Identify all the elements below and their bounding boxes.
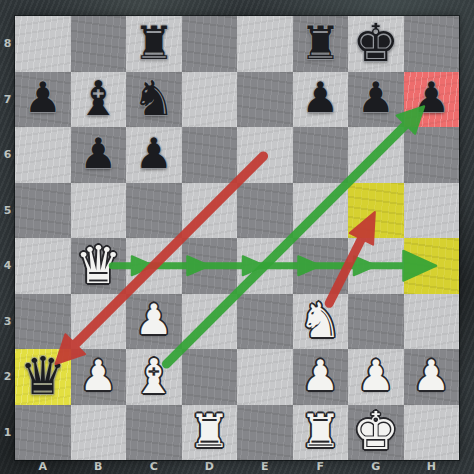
black-pawn[interactable]: ♟ bbox=[301, 77, 339, 119]
square-g2[interactable]: ♟ bbox=[348, 349, 404, 405]
black-rook[interactable]: ♜ bbox=[300, 20, 341, 66]
square-f1[interactable]: ♜ bbox=[293, 405, 349, 461]
rank-label: 5 bbox=[0, 183, 15, 239]
square-d2[interactable] bbox=[182, 349, 238, 405]
black-pawn[interactable]: ♟ bbox=[357, 77, 395, 119]
square-c7[interactable]: ♞ bbox=[126, 72, 182, 128]
file-label: H bbox=[404, 459, 460, 474]
square-h2[interactable]: ♟ bbox=[404, 349, 460, 405]
rank-label: 1 bbox=[0, 405, 15, 461]
square-g1[interactable]: ♚ bbox=[348, 405, 404, 461]
black-knight[interactable]: ♞ bbox=[132, 74, 175, 122]
square-c1[interactable] bbox=[126, 405, 182, 461]
rank-label: 7 bbox=[0, 72, 15, 128]
white-pawn[interactable]: ♟ bbox=[412, 355, 450, 397]
square-f3[interactable]: ♞ bbox=[293, 294, 349, 350]
square-e5[interactable] bbox=[237, 183, 293, 239]
square-e4[interactable] bbox=[237, 238, 293, 294]
square-b2[interactable]: ♟ bbox=[71, 349, 127, 405]
board: ♜♜♚♟♝♞♟♟♟♟♟♛♟♞♛♟♝♟♟♟♜♜♚ bbox=[15, 16, 459, 460]
square-h4[interactable] bbox=[404, 238, 460, 294]
square-c5[interactable] bbox=[126, 183, 182, 239]
square-f6[interactable] bbox=[293, 127, 349, 183]
rank-label: 3 bbox=[0, 294, 15, 350]
white-king[interactable]: ♚ bbox=[352, 405, 399, 457]
square-g8[interactable]: ♚ bbox=[348, 16, 404, 72]
white-bishop[interactable]: ♝ bbox=[132, 352, 175, 400]
square-b3[interactable] bbox=[71, 294, 127, 350]
square-d1[interactable]: ♜ bbox=[182, 405, 238, 461]
square-f5[interactable] bbox=[293, 183, 349, 239]
black-rook[interactable]: ♜ bbox=[133, 20, 174, 66]
square-h5[interactable] bbox=[404, 183, 460, 239]
square-g4[interactable] bbox=[348, 238, 404, 294]
black-pawn[interactable]: ♟ bbox=[24, 77, 62, 119]
square-g7[interactable]: ♟ bbox=[348, 72, 404, 128]
rank-label: 2 bbox=[0, 349, 15, 405]
square-g6[interactable] bbox=[348, 127, 404, 183]
square-g5[interactable] bbox=[348, 183, 404, 239]
file-label: E bbox=[237, 459, 293, 474]
file-label: D bbox=[182, 459, 238, 474]
black-king[interactable]: ♚ bbox=[352, 17, 399, 69]
square-f2[interactable]: ♟ bbox=[293, 349, 349, 405]
square-d6[interactable] bbox=[182, 127, 238, 183]
square-a1[interactable] bbox=[15, 405, 71, 461]
square-a8[interactable] bbox=[15, 16, 71, 72]
square-c2[interactable]: ♝ bbox=[126, 349, 182, 405]
file-label: C bbox=[126, 459, 182, 474]
square-g3[interactable] bbox=[348, 294, 404, 350]
square-a7[interactable]: ♟ bbox=[15, 72, 71, 128]
square-c3[interactable]: ♟ bbox=[126, 294, 182, 350]
square-e1[interactable] bbox=[237, 405, 293, 461]
rank-label: 4 bbox=[0, 238, 15, 294]
square-b6[interactable]: ♟ bbox=[71, 127, 127, 183]
rank-labels: 87654321 bbox=[0, 16, 15, 460]
square-a5[interactable] bbox=[15, 183, 71, 239]
black-queen[interactable]: ♛ bbox=[19, 350, 66, 402]
square-e6[interactable] bbox=[237, 127, 293, 183]
rank-label: 8 bbox=[0, 16, 15, 72]
square-c4[interactable] bbox=[126, 238, 182, 294]
file-label: F bbox=[293, 459, 349, 474]
square-a2[interactable]: ♛ bbox=[15, 349, 71, 405]
square-b1[interactable] bbox=[71, 405, 127, 461]
square-h1[interactable] bbox=[404, 405, 460, 461]
file-labels: ABCDEFGH bbox=[15, 459, 459, 474]
white-pawn[interactable]: ♟ bbox=[301, 355, 339, 397]
square-h7[interactable]: ♟ bbox=[404, 72, 460, 128]
square-b5[interactable] bbox=[71, 183, 127, 239]
square-d8[interactable] bbox=[182, 16, 238, 72]
rank-label: 6 bbox=[0, 127, 15, 183]
square-e7[interactable] bbox=[237, 72, 293, 128]
square-f4[interactable] bbox=[293, 238, 349, 294]
square-d3[interactable] bbox=[182, 294, 238, 350]
white-pawn[interactable]: ♟ bbox=[79, 355, 117, 397]
square-b7[interactable]: ♝ bbox=[71, 72, 127, 128]
square-e8[interactable] bbox=[237, 16, 293, 72]
square-d7[interactable] bbox=[182, 72, 238, 128]
white-pawn[interactable]: ♟ bbox=[135, 299, 173, 341]
file-label: B bbox=[71, 459, 127, 474]
square-b8[interactable] bbox=[71, 16, 127, 72]
square-a4[interactable] bbox=[15, 238, 71, 294]
square-f8[interactable]: ♜ bbox=[293, 16, 349, 72]
square-c8[interactable]: ♜ bbox=[126, 16, 182, 72]
white-knight[interactable]: ♞ bbox=[299, 296, 342, 344]
square-b4[interactable]: ♛ bbox=[71, 238, 127, 294]
square-c6[interactable]: ♟ bbox=[126, 127, 182, 183]
square-h6[interactable] bbox=[404, 127, 460, 183]
white-rook[interactable]: ♜ bbox=[300, 408, 341, 454]
file-label: G bbox=[348, 459, 404, 474]
white-queen[interactable]: ♛ bbox=[75, 239, 122, 291]
square-f7[interactable]: ♟ bbox=[293, 72, 349, 128]
white-rook[interactable]: ♜ bbox=[189, 408, 230, 454]
black-pawn[interactable]: ♟ bbox=[79, 133, 117, 175]
square-e3[interactable] bbox=[237, 294, 293, 350]
black-pawn[interactable]: ♟ bbox=[412, 77, 450, 119]
square-h3[interactable] bbox=[404, 294, 460, 350]
square-h8[interactable] bbox=[404, 16, 460, 72]
black-pawn[interactable]: ♟ bbox=[135, 133, 173, 175]
file-label: A bbox=[15, 459, 71, 474]
square-d4[interactable] bbox=[182, 238, 238, 294]
black-bishop[interactable]: ♝ bbox=[77, 74, 120, 122]
chess-diagram: 87654321 ABCDEFGH ♜♜♚♟♝♞♟♟♟♟♟♛♟♞♛♟♝♟♟♟♜♜… bbox=[0, 0, 474, 474]
white-pawn[interactable]: ♟ bbox=[357, 355, 395, 397]
square-a3[interactable] bbox=[15, 294, 71, 350]
square-d5[interactable] bbox=[182, 183, 238, 239]
square-a6[interactable] bbox=[15, 127, 71, 183]
square-e2[interactable] bbox=[237, 349, 293, 405]
